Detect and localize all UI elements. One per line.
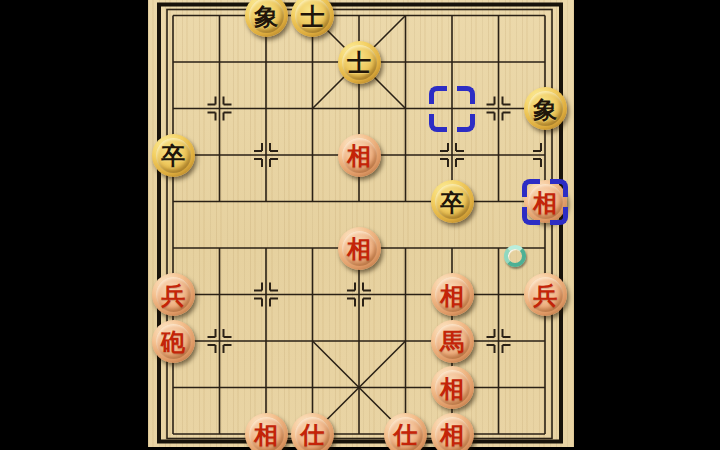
- piece-character: 馬: [440, 330, 464, 354]
- piece-black-soldier[interactable]: 卒: [431, 180, 474, 223]
- xiangqi-board[interactable]: 象士士象卒卒相相相兵相兵砲馬相相仕仕相: [148, 0, 574, 447]
- piece-character: 相: [533, 190, 557, 214]
- piece-character: 兵: [161, 283, 185, 307]
- piece-character: 象: [533, 97, 557, 121]
- piece-red-horse[interactable]: 馬: [431, 320, 474, 363]
- piece-red-minister[interactable]: 相: [338, 134, 381, 177]
- effect-ring-icon: [504, 245, 526, 267]
- piece-red-cannon[interactable]: 砲: [152, 320, 195, 363]
- piece-character: 仕: [394, 423, 418, 447]
- piece-red-soldier[interactable]: 兵: [152, 273, 195, 316]
- piece-character: 相: [347, 144, 371, 168]
- piece-character: 象: [254, 4, 278, 28]
- piece-red-minister[interactable]: 相: [245, 413, 288, 450]
- piece-black-advisor[interactable]: 士: [338, 41, 381, 84]
- piece-character: 仕: [301, 423, 325, 447]
- piece-character: 相: [440, 423, 464, 447]
- piece-character: 士: [347, 51, 371, 75]
- piece-character: 相: [440, 376, 464, 400]
- piece-character: 卒: [440, 190, 464, 214]
- piece-red-minister[interactable]: 相: [431, 413, 474, 450]
- piece-red-minister[interactable]: 相: [338, 227, 381, 270]
- piece-character: 相: [347, 237, 371, 261]
- piece-red-minister[interactable]: 相: [431, 273, 474, 316]
- piece-black-elephant[interactable]: 象: [524, 87, 567, 130]
- piece-character: 卒: [161, 144, 185, 168]
- piece-character: 士: [301, 4, 325, 28]
- piece-character: 相: [440, 283, 464, 307]
- piece-character: 砲: [161, 330, 185, 354]
- piece-red-soldier[interactable]: 兵: [524, 273, 567, 316]
- piece-red-minister[interactable]: 相: [431, 366, 474, 409]
- piece-red-minister[interactable]: 相: [524, 180, 567, 223]
- piece-black-soldier[interactable]: 卒: [152, 134, 195, 177]
- piece-character: 兵: [533, 283, 557, 307]
- piece-character: 相: [254, 423, 278, 447]
- xiangqi-app-window: 象士士象卒卒相相相兵相兵砲馬相相仕仕相: [0, 0, 720, 450]
